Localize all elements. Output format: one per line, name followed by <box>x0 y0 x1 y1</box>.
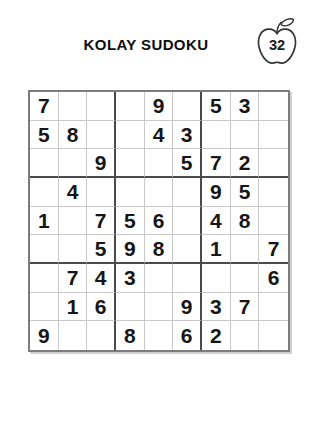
sudoku-cell-r9c5[interactable] <box>145 321 174 350</box>
sudoku-cell-r9c6[interactable]: 6 <box>173 321 202 350</box>
sudoku-cell-r3c2[interactable] <box>59 149 88 178</box>
apple-icon: 32 <box>254 17 300 69</box>
sudoku-cell-r1c1[interactable]: 7 <box>30 92 59 121</box>
sudoku-cell-r6c9[interactable]: 7 <box>259 235 288 264</box>
sudoku-cell-r6c4[interactable]: 9 <box>116 235 145 264</box>
sudoku-cell-r5c8[interactable]: 8 <box>231 207 260 236</box>
sudoku-cell-r2c7[interactable] <box>202 121 231 150</box>
sudoku-cell-r8c3[interactable]: 6 <box>87 293 116 322</box>
sudoku-cell-r2c4[interactable] <box>116 121 145 150</box>
sudoku-cell-r3c6[interactable]: 5 <box>173 149 202 178</box>
sudoku-cell-r4c8[interactable]: 5 <box>231 178 260 207</box>
sudoku-cell-r7c9[interactable]: 6 <box>259 264 288 293</box>
sudoku-cell-r1c7[interactable]: 5 <box>202 92 231 121</box>
sudoku-cell-r3c1[interactable] <box>30 149 59 178</box>
sudoku-cell-r1c9[interactable] <box>259 92 288 121</box>
sudoku-cell-r2c9[interactable] <box>259 121 288 150</box>
sudoku-cell-r6c7[interactable]: 1 <box>202 235 231 264</box>
sudoku-cell-r8c4[interactable] <box>116 293 145 322</box>
sudoku-cell-r5c3[interactable]: 7 <box>87 207 116 236</box>
sudoku-board: 795358439572495175648598177436169379862 <box>28 90 290 352</box>
sudoku-cell-r7c3[interactable]: 4 <box>87 264 116 293</box>
sudoku-cell-r2c5[interactable]: 4 <box>145 121 174 150</box>
sudoku-cell-r1c5[interactable]: 9 <box>145 92 174 121</box>
sudoku-cell-r9c2[interactable] <box>59 321 88 350</box>
sudoku-cell-r3c5[interactable] <box>145 149 174 178</box>
page-title: KOLAY SUDOKU <box>0 36 292 53</box>
sudoku-cell-r6c3[interactable]: 5 <box>87 235 116 264</box>
sudoku-cell-r9c9[interactable] <box>259 321 288 350</box>
sudoku-cell-r5c7[interactable]: 4 <box>202 207 231 236</box>
sudoku-cell-r2c6[interactable]: 3 <box>173 121 202 150</box>
sudoku-cell-r2c2[interactable]: 8 <box>59 121 88 150</box>
sudoku-cell-r5c1[interactable]: 1 <box>30 207 59 236</box>
sudoku-cell-r1c4[interactable] <box>116 92 145 121</box>
sudoku-cell-r6c8[interactable] <box>231 235 260 264</box>
sudoku-cell-r8c8[interactable]: 7 <box>231 293 260 322</box>
sudoku-cell-r2c3[interactable] <box>87 121 116 150</box>
sudoku-cell-r3c8[interactable]: 2 <box>231 149 260 178</box>
sudoku-cell-r7c2[interactable]: 7 <box>59 264 88 293</box>
sudoku-cell-r4c3[interactable] <box>87 178 116 207</box>
sudoku-cell-r4c2[interactable]: 4 <box>59 178 88 207</box>
sudoku-cell-r6c1[interactable] <box>30 235 59 264</box>
sudoku-cell-r6c5[interactable]: 8 <box>145 235 174 264</box>
sudoku-cell-r4c5[interactable] <box>145 178 174 207</box>
sudoku-cell-r7c6[interactable] <box>173 264 202 293</box>
sudoku-cell-r4c7[interactable]: 9 <box>202 178 231 207</box>
sudoku-cell-r8c5[interactable] <box>145 293 174 322</box>
sudoku-cell-r9c7[interactable]: 2 <box>202 321 231 350</box>
sudoku-cell-r9c1[interactable]: 9 <box>30 321 59 350</box>
sudoku-cell-r8c9[interactable] <box>259 293 288 322</box>
sudoku-cell-r4c1[interactable] <box>30 178 59 207</box>
sudoku-cell-r7c4[interactable]: 3 <box>116 264 145 293</box>
sudoku-cell-r7c1[interactable] <box>30 264 59 293</box>
sudoku-cell-r3c3[interactable]: 9 <box>87 149 116 178</box>
sudoku-cell-r6c2[interactable] <box>59 235 88 264</box>
sudoku-cell-r5c4[interactable]: 5 <box>116 207 145 236</box>
sudoku-cell-r4c4[interactable] <box>116 178 145 207</box>
sudoku-cell-r4c9[interactable] <box>259 178 288 207</box>
sudoku-cell-r8c2[interactable]: 1 <box>59 293 88 322</box>
sudoku-cell-r7c8[interactable] <box>231 264 260 293</box>
sudoku-cell-r6c6[interactable] <box>173 235 202 264</box>
sudoku-cell-r1c6[interactable] <box>173 92 202 121</box>
sudoku-cell-r3c4[interactable] <box>116 149 145 178</box>
sudoku-cell-r1c3[interactable] <box>87 92 116 121</box>
puzzle-number-badge: 32 <box>254 17 300 69</box>
sudoku-cell-r3c7[interactable]: 7 <box>202 149 231 178</box>
sudoku-cell-r5c9[interactable] <box>259 207 288 236</box>
sudoku-cell-r8c6[interactable]: 9 <box>173 293 202 322</box>
sudoku-cell-r9c8[interactable] <box>231 321 260 350</box>
badge-number: 32 <box>269 37 285 53</box>
sudoku-cell-r7c7[interactable] <box>202 264 231 293</box>
sudoku-cell-r9c3[interactable] <box>87 321 116 350</box>
puzzle-page: KOLAY SUDOKU 32 795358439572495175648598… <box>0 0 318 448</box>
sudoku-cell-r5c6[interactable] <box>173 207 202 236</box>
sudoku-cell-r2c1[interactable]: 5 <box>30 121 59 150</box>
sudoku-cell-r1c8[interactable]: 3 <box>231 92 260 121</box>
sudoku-cell-r9c4[interactable]: 8 <box>116 321 145 350</box>
sudoku-cell-r5c2[interactable] <box>59 207 88 236</box>
sudoku-cell-r2c8[interactable] <box>231 121 260 150</box>
sudoku-cell-r1c2[interactable] <box>59 92 88 121</box>
sudoku-cell-r4c6[interactable] <box>173 178 202 207</box>
sudoku-cell-r8c1[interactable] <box>30 293 59 322</box>
sudoku-cell-r3c9[interactable] <box>259 149 288 178</box>
sudoku-cell-r8c7[interactable]: 3 <box>202 293 231 322</box>
sudoku-cell-r7c5[interactable] <box>145 264 174 293</box>
sudoku-cell-r5c5[interactable]: 6 <box>145 207 174 236</box>
